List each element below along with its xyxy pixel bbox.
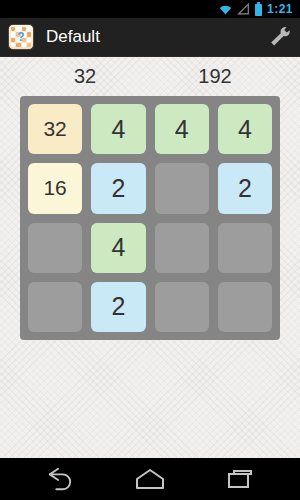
recents-button[interactable] [210, 463, 270, 495]
home-button[interactable] [120, 463, 180, 495]
board-grid[interactable]: 32444162242 [20, 96, 280, 340]
empty-cell [28, 282, 82, 332]
tile-2: 2 [218, 163, 272, 213]
empty-cell [218, 223, 272, 273]
score-right: 192 [150, 65, 280, 88]
app-grid-icon: ? [8, 24, 34, 50]
navigation-bar [0, 458, 300, 500]
tile-4: 4 [91, 223, 145, 273]
signal-triangle-icon [237, 3, 250, 15]
tile-4: 4 [218, 104, 272, 154]
battery-icon [254, 2, 263, 16]
score-left: 32 [20, 65, 150, 88]
tile-32: 32 [28, 104, 82, 154]
wifi-icon [218, 3, 233, 15]
page-title: Default [46, 27, 100, 47]
tile-4: 4 [155, 104, 209, 154]
empty-cell [155, 282, 209, 332]
tile-2: 2 [91, 282, 145, 332]
clock: 1:21 [267, 2, 293, 16]
phone-screen: 1:21 ? Default 32 192 32444162242 [0, 0, 300, 500]
recents-icon [226, 467, 254, 491]
tile-4: 4 [91, 104, 145, 154]
wrench-icon[interactable] [268, 25, 292, 49]
empty-cell [155, 223, 209, 273]
empty-cell [155, 163, 209, 213]
back-button[interactable] [30, 463, 90, 495]
back-icon [45, 466, 75, 492]
home-icon [134, 467, 166, 491]
status-bar: 1:21 [0, 0, 300, 18]
empty-cell [218, 282, 272, 332]
tile-16: 16 [28, 163, 82, 213]
empty-cell [28, 223, 82, 273]
tile-2: 2 [91, 163, 145, 213]
question-mark-glyph: ? [9, 25, 33, 49]
game-area: 32 192 32444162242 [0, 57, 300, 458]
app-bar: ? Default [0, 18, 300, 57]
score-row: 32 192 [0, 57, 300, 94]
